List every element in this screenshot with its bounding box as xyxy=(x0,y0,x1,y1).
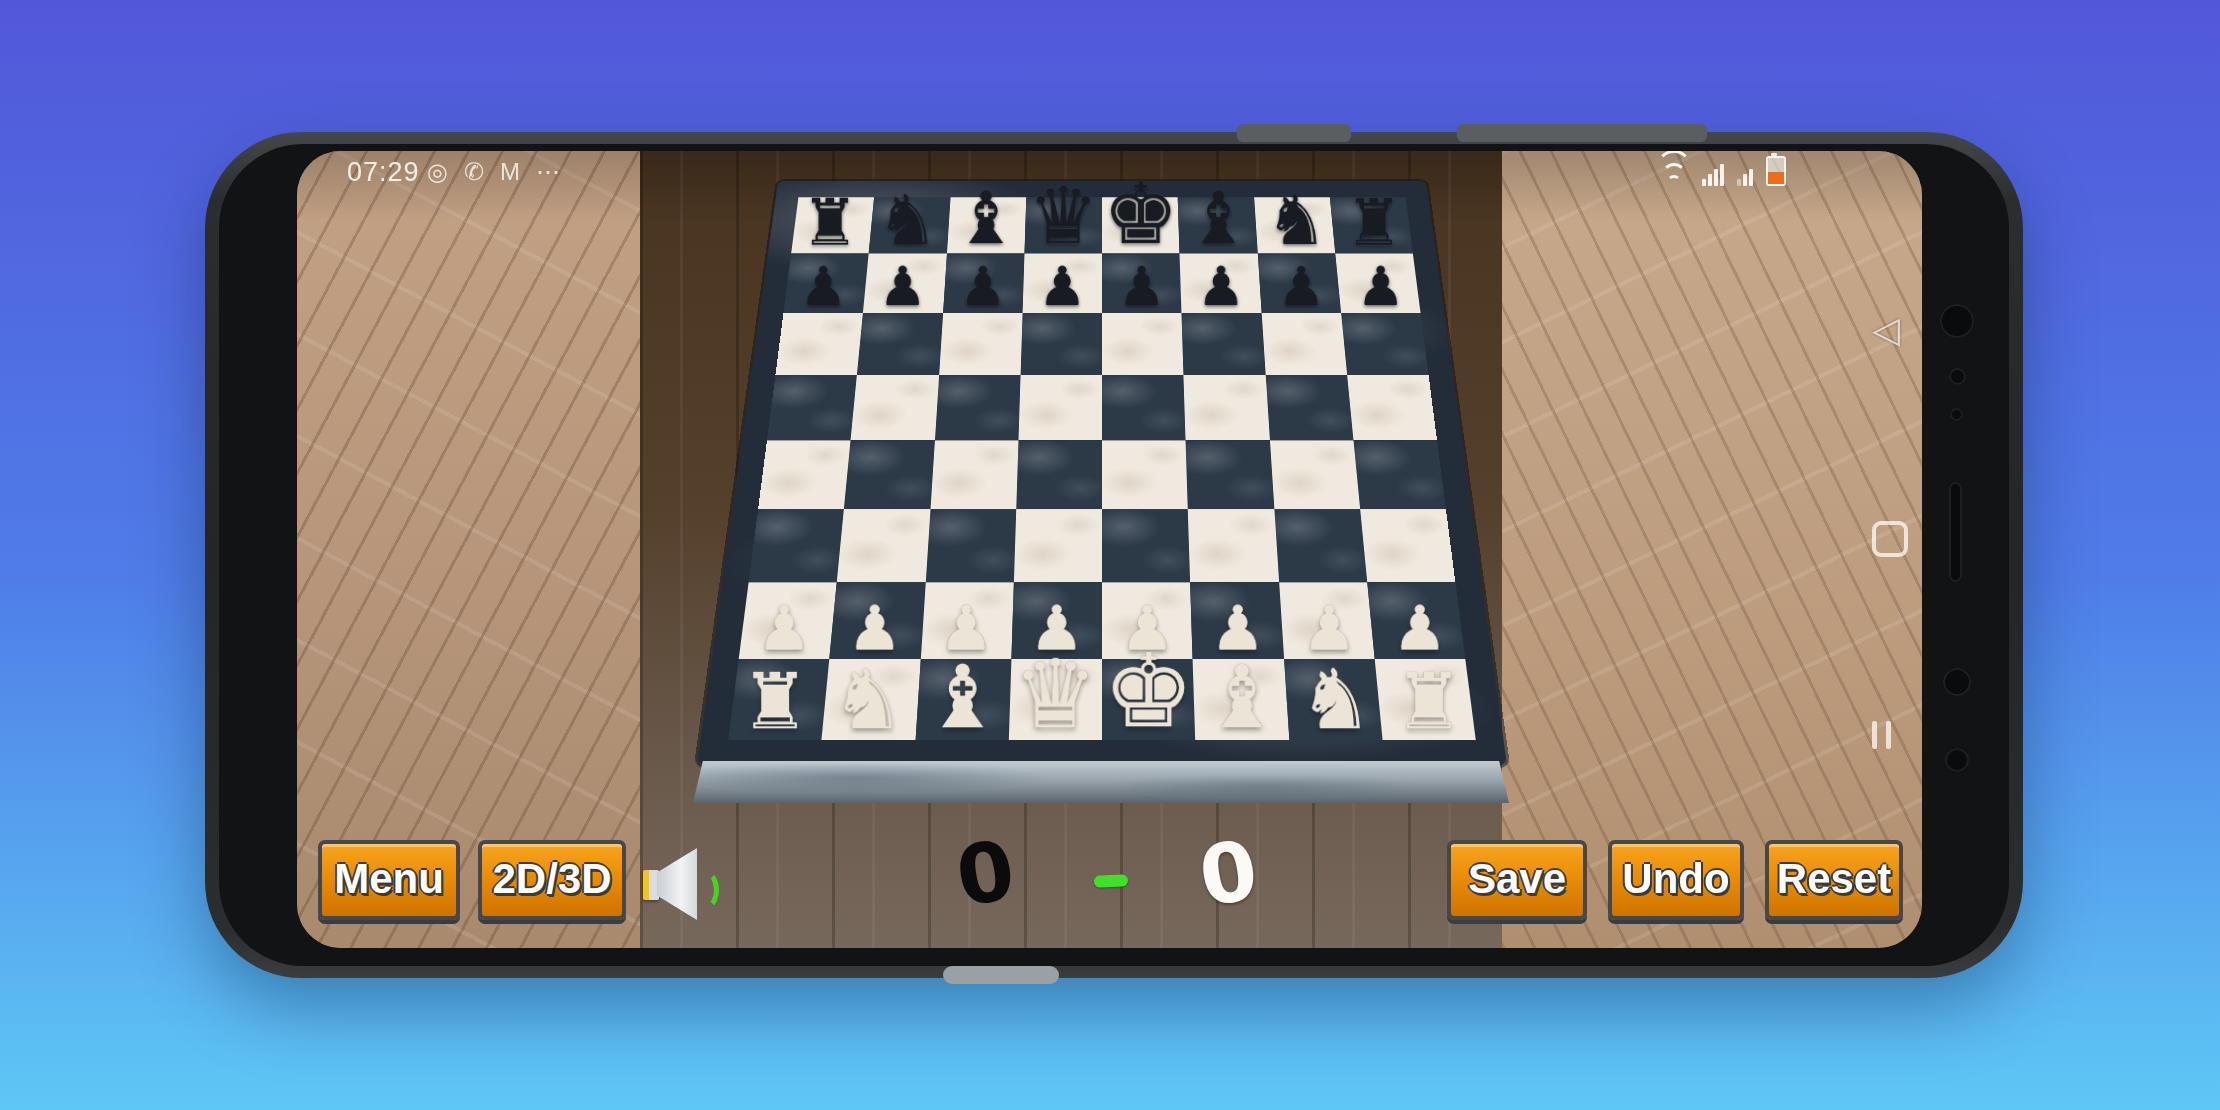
square-d3[interactable] xyxy=(1014,509,1102,582)
square-g1[interactable]: ♞ xyxy=(1284,659,1383,740)
board-scene: ♜♞♝♛♚♝♞♜♟♟♟♟♟♟♟♟♟♟♟♟♟♟♟♟♜♞♝♛♚♝♞♜ xyxy=(597,165,1607,765)
square-h1[interactable]: ♜ xyxy=(1374,659,1475,740)
square-c1[interactable]: ♝ xyxy=(915,659,1011,740)
speaker-icon xyxy=(643,870,659,900)
volume-button xyxy=(1237,124,1351,142)
square-a8[interactable]: ♜ xyxy=(791,197,874,253)
spiral-notification-icon: ◎ xyxy=(427,158,448,186)
square-h6[interactable] xyxy=(1341,313,1429,375)
white-pawn[interactable]: ♟ xyxy=(1392,600,1447,657)
square-g4[interactable] xyxy=(1270,440,1360,509)
black-rook[interactable]: ♜ xyxy=(801,193,859,252)
square-g2[interactable]: ♟ xyxy=(1279,582,1375,659)
square-f3[interactable] xyxy=(1188,509,1279,582)
recents-icon[interactable] xyxy=(1872,721,1891,749)
square-a3[interactable] xyxy=(749,509,844,582)
white-king[interactable]: ♚ xyxy=(1103,644,1194,738)
sound-toggle-button[interactable] xyxy=(635,848,721,920)
square-a7[interactable]: ♟ xyxy=(783,254,868,313)
square-e5[interactable] xyxy=(1102,375,1186,440)
white-pawn[interactable]: ♟ xyxy=(757,600,812,657)
square-g5[interactable] xyxy=(1265,375,1353,440)
square-f1[interactable]: ♝ xyxy=(1193,659,1289,740)
square-c3[interactable] xyxy=(925,509,1016,582)
square-c4[interactable] xyxy=(930,440,1018,509)
square-d7[interactable]: ♟ xyxy=(1022,254,1102,313)
white-pawn[interactable]: ♟ xyxy=(1301,600,1356,657)
square-a6[interactable] xyxy=(775,313,863,375)
board-front-edge xyxy=(693,761,1509,803)
square-b7[interactable]: ♟ xyxy=(863,254,946,313)
phone-mockup: ♜♞♝♛♚♝♞♜♟♟♟♟♟♟♟♟♟♟♟♟♟♟♟♟♜♞♝♛♚♝♞♜ 07:29 ◎… xyxy=(205,132,2023,978)
sensor-dot xyxy=(1945,748,1969,772)
save-button[interactable]: Save xyxy=(1447,840,1587,920)
square-f8[interactable]: ♝ xyxy=(1178,197,1258,253)
back-icon[interactable]: ◁ xyxy=(1872,309,1900,351)
front-camera xyxy=(1940,304,1974,338)
square-h7[interactable]: ♟ xyxy=(1335,254,1420,313)
black-pawn[interactable]: ♟ xyxy=(1197,262,1245,312)
square-g7[interactable]: ♟ xyxy=(1257,254,1340,313)
square-d4[interactable] xyxy=(1016,440,1102,509)
white-bishop[interactable]: ♝ xyxy=(923,658,1001,738)
status-bar: 07:29 ◎ ✆ M ⋯ xyxy=(297,151,1922,197)
reset-button[interactable]: Reset xyxy=(1765,840,1903,920)
wood-floor-left xyxy=(297,151,640,948)
view-toggle-button[interactable]: 2D/3D xyxy=(478,840,626,920)
square-b2[interactable]: ♟ xyxy=(830,582,926,659)
menu-button[interactable]: Menu xyxy=(318,840,460,920)
square-c6[interactable] xyxy=(939,313,1023,375)
sensor-dot xyxy=(1949,368,1966,385)
signal-bars-icon xyxy=(1737,169,1753,186)
square-b6[interactable] xyxy=(857,313,943,375)
signal-bars-icon xyxy=(1702,164,1724,186)
square-f6[interactable] xyxy=(1182,313,1266,375)
android-nav-bar: ◁ xyxy=(1862,151,1922,948)
black-pawn[interactable]: ♟ xyxy=(879,262,927,312)
black-rook[interactable]: ♜ xyxy=(1345,193,1403,252)
square-g3[interactable] xyxy=(1274,509,1367,582)
square-a2[interactable]: ♟ xyxy=(739,582,837,659)
square-d5[interactable] xyxy=(1018,375,1102,440)
white-rook[interactable]: ♜ xyxy=(1394,667,1463,738)
black-pawn[interactable]: ♟ xyxy=(1356,262,1404,312)
square-f4[interactable] xyxy=(1186,440,1274,509)
wifi-icon xyxy=(1659,162,1689,186)
black-pawn[interactable]: ♟ xyxy=(958,262,1006,312)
whatsapp-icon: ✆ xyxy=(464,158,484,186)
square-h5[interactable] xyxy=(1347,375,1437,440)
square-b5[interactable] xyxy=(851,375,939,440)
square-g8[interactable]: ♞ xyxy=(1254,197,1335,253)
white-pawn[interactable]: ♟ xyxy=(847,600,902,657)
sensor-dot xyxy=(1950,408,1963,421)
undo-button[interactable]: Undo xyxy=(1608,840,1744,920)
black-pawn[interactable]: ♟ xyxy=(799,262,847,312)
charging-port xyxy=(943,966,1059,984)
square-f5[interactable] xyxy=(1184,375,1270,440)
chess-board[interactable]: ♜♞♝♛♚♝♞♜♟♟♟♟♟♟♟♟♟♟♟♟♟♟♟♟♜♞♝♛♚♝♞♜ xyxy=(697,181,1507,765)
clock: 07:29 xyxy=(347,157,420,188)
black-knight[interactable]: ♞ xyxy=(1265,189,1327,253)
square-h3[interactable] xyxy=(1360,509,1455,582)
square-f7[interactable]: ♟ xyxy=(1180,254,1262,313)
square-b8[interactable]: ♞ xyxy=(869,197,950,253)
power-button xyxy=(1457,124,1707,142)
square-e8[interactable]: ♚ xyxy=(1102,197,1180,253)
square-d8[interactable]: ♛ xyxy=(1024,197,1102,253)
square-h8[interactable]: ♜ xyxy=(1330,197,1413,253)
board-grid: ♜♞♝♛♚♝♞♜♟♟♟♟♟♟♟♟♟♟♟♟♟♟♟♟♜♞♝♛♚♝♞♜ xyxy=(728,197,1476,740)
sensor-dot xyxy=(1943,668,1971,696)
white-rook[interactable]: ♜ xyxy=(741,667,810,738)
white-bishop[interactable]: ♝ xyxy=(1203,658,1281,738)
black-pawn[interactable]: ♟ xyxy=(1277,262,1325,312)
square-d1[interactable]: ♛ xyxy=(1009,659,1102,740)
square-c8[interactable]: ♝ xyxy=(947,197,1027,253)
white-knight[interactable]: ♞ xyxy=(831,662,906,739)
home-icon[interactable] xyxy=(1872,521,1908,557)
black-pawn[interactable]: ♟ xyxy=(1038,262,1086,312)
score-separator xyxy=(1094,874,1129,888)
square-h4[interactable] xyxy=(1353,440,1446,509)
white-queen[interactable]: ♛ xyxy=(1013,651,1098,739)
square-b1[interactable]: ♞ xyxy=(822,659,921,740)
square-c7[interactable]: ♟ xyxy=(943,254,1025,313)
square-e1[interactable]: ♚ xyxy=(1102,659,1195,740)
square-c5[interactable] xyxy=(934,375,1020,440)
more-notifications-icon: ⋯ xyxy=(536,158,560,186)
sound-wave-icon xyxy=(691,870,719,910)
square-e3[interactable] xyxy=(1102,509,1190,582)
square-a4[interactable] xyxy=(758,440,851,509)
square-e6[interactable] xyxy=(1102,313,1184,375)
square-h2[interactable]: ♟ xyxy=(1367,582,1465,659)
game-screen: ♜♞♝♛♚♝♞♜♟♟♟♟♟♟♟♟♟♟♟♟♟♟♟♟♜♞♝♛♚♝♞♜ 07:29 ◎… xyxy=(297,151,1922,948)
black-knight[interactable]: ♞ xyxy=(877,189,939,253)
black-pawn[interactable]: ♟ xyxy=(1118,262,1166,312)
square-e7[interactable]: ♟ xyxy=(1102,254,1182,313)
square-d6[interactable] xyxy=(1020,313,1102,375)
battery-icon xyxy=(1766,156,1786,186)
square-b4[interactable] xyxy=(844,440,934,509)
gmail-icon: M xyxy=(500,158,520,186)
square-e4[interactable] xyxy=(1102,440,1188,509)
square-a5[interactable] xyxy=(767,375,857,440)
square-g6[interactable] xyxy=(1261,313,1347,375)
square-a1[interactable]: ♜ xyxy=(728,659,829,740)
white-knight[interactable]: ♞ xyxy=(1298,662,1373,739)
earpiece-slot xyxy=(1949,482,1962,582)
square-b3[interactable] xyxy=(837,509,930,582)
